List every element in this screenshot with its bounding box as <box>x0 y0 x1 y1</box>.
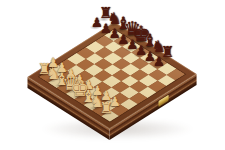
chess-set-photo: ♜♞♝♛♚♝♞♜♟♟♟♟♟♟♟♟♟♟♟♟♟♟♟♟♜♞♝♛♚♝♞♜ <box>0 0 225 150</box>
piece-black-pawn-h7[interactable]: ♟ <box>153 55 165 68</box>
pieces-layer: ♜♞♝♛♚♝♞♜♟♟♟♟♟♟♟♟♟♟♟♟♟♟♟♟♜♞♝♛♚♝♞♜ <box>0 0 225 150</box>
piece-white-rook-h1[interactable]: ♜ <box>99 101 112 116</box>
